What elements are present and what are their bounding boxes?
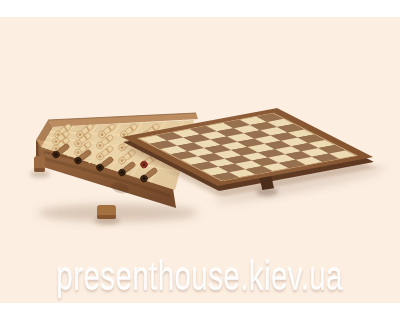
product-photo: presenthouse.kiev.ua — [0, 0, 400, 320]
